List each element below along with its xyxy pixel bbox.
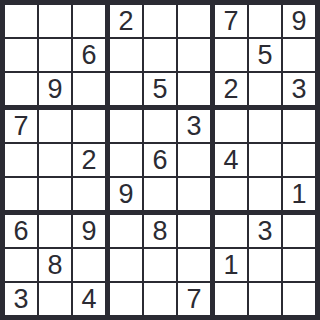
sudoku-cell-r5c3: 2: [73, 144, 110, 178]
sudoku-cell-r8c7: 1: [215, 249, 249, 283]
sudoku-cell-r2c3: 6: [73, 39, 110, 73]
sudoku-cell-r3c4[interactable]: [110, 73, 144, 110]
sudoku-cell-r5c6[interactable]: [178, 144, 215, 178]
sudoku-cell-r4c2[interactable]: [39, 110, 73, 144]
sudoku-cell-r8c9[interactable]: [283, 249, 315, 283]
sudoku-cell-r2c4[interactable]: [110, 39, 144, 73]
sudoku-cell-r4c4[interactable]: [110, 110, 144, 144]
sudoku-cell-r8c2: 8: [39, 249, 73, 283]
sudoku-cell-r4c9[interactable]: [283, 110, 315, 144]
sudoku-cell-r7c2[interactable]: [39, 215, 73, 249]
sudoku-cell-r5c7: 4: [215, 144, 249, 178]
sudoku-cell-r1c3[interactable]: [73, 5, 110, 39]
sudoku-cell-r2c5[interactable]: [144, 39, 178, 73]
sudoku-cell-r7c8: 3: [249, 215, 283, 249]
sudoku-cell-r7c5: 8: [144, 215, 178, 249]
sudoku-cell-r1c5[interactable]: [144, 5, 178, 39]
sudoku-cell-r7c7[interactable]: [215, 215, 249, 249]
sudoku-cell-r9c8[interactable]: [249, 283, 283, 315]
sudoku-cell-r2c2[interactable]: [39, 39, 73, 73]
sudoku-cell-r7c3: 9: [73, 215, 110, 249]
sudoku-cell-r1c4: 2: [110, 5, 144, 39]
sudoku-cell-r6c4: 9: [110, 178, 144, 215]
sudoku-cell-r9c7[interactable]: [215, 283, 249, 315]
sudoku-cell-r4c6: 3: [178, 110, 215, 144]
sudoku-cell-r2c1[interactable]: [5, 39, 39, 73]
sudoku-cell-r6c3[interactable]: [73, 178, 110, 215]
sudoku-cell-r9c2[interactable]: [39, 283, 73, 315]
sudoku-cell-r8c1[interactable]: [5, 249, 39, 283]
sudoku-cell-r6c5[interactable]: [144, 178, 178, 215]
sudoku-cell-r6c1[interactable]: [5, 178, 39, 215]
sudoku-cell-r1c8[interactable]: [249, 5, 283, 39]
sudoku-cell-r1c6[interactable]: [178, 5, 215, 39]
sudoku-cell-r2c9[interactable]: [283, 39, 315, 73]
sudoku-cell-r9c4[interactable]: [110, 283, 144, 315]
sudoku-cell-r7c4[interactable]: [110, 215, 144, 249]
sudoku-cell-r3c1[interactable]: [5, 73, 39, 110]
sudoku-cell-r9c1: 3: [5, 283, 39, 315]
sudoku-cell-r6c8[interactable]: [249, 178, 283, 215]
sudoku-cell-r5c4[interactable]: [110, 144, 144, 178]
sudoku-cell-r2c6[interactable]: [178, 39, 215, 73]
sudoku-cell-r8c6[interactable]: [178, 249, 215, 283]
sudoku-cell-r5c8[interactable]: [249, 144, 283, 178]
sudoku-cell-r1c1[interactable]: [5, 5, 39, 39]
sudoku-cell-r5c1[interactable]: [5, 144, 39, 178]
sudoku-cell-r3c9: 3: [283, 73, 315, 110]
sudoku-cell-r7c1: 6: [5, 215, 39, 249]
sudoku-cell-r2c7[interactable]: [215, 39, 249, 73]
sudoku-cell-r9c3: 4: [73, 283, 110, 315]
sudoku-cell-r5c5: 6: [144, 144, 178, 178]
sudoku-cell-r1c2[interactable]: [39, 5, 73, 39]
sudoku-cell-r9c6: 7: [178, 283, 215, 315]
sudoku-cell-r2c8: 5: [249, 39, 283, 73]
sudoku-cell-r5c9[interactable]: [283, 144, 315, 178]
sudoku-cell-r9c5[interactable]: [144, 283, 178, 315]
sudoku-cell-r8c4[interactable]: [110, 249, 144, 283]
sudoku-cell-r6c2[interactable]: [39, 178, 73, 215]
sudoku-board: 2796595237326491698381347: [0, 0, 320, 320]
sudoku-cell-r4c1: 7: [5, 110, 39, 144]
sudoku-cell-r3c5: 5: [144, 73, 178, 110]
sudoku-cell-r8c3[interactable]: [73, 249, 110, 283]
sudoku-cell-r3c2: 9: [39, 73, 73, 110]
sudoku-cell-r4c5[interactable]: [144, 110, 178, 144]
sudoku-cell-r8c5[interactable]: [144, 249, 178, 283]
sudoku-cell-r8c8[interactable]: [249, 249, 283, 283]
sudoku-cell-r6c7[interactable]: [215, 178, 249, 215]
sudoku-cell-r7c6[interactable]: [178, 215, 215, 249]
sudoku-cell-r5c2[interactable]: [39, 144, 73, 178]
sudoku-cell-r3c6[interactable]: [178, 73, 215, 110]
sudoku-cell-r3c3[interactable]: [73, 73, 110, 110]
sudoku-cell-r6c6[interactable]: [178, 178, 215, 215]
sudoku-cell-r3c7: 2: [215, 73, 249, 110]
sudoku-cell-r4c3[interactable]: [73, 110, 110, 144]
sudoku-cell-r4c8[interactable]: [249, 110, 283, 144]
sudoku-cell-r7c9[interactable]: [283, 215, 315, 249]
sudoku-cell-r1c9: 9: [283, 5, 315, 39]
sudoku-cell-r1c7: 7: [215, 5, 249, 39]
sudoku-cell-r3c8[interactable]: [249, 73, 283, 110]
sudoku-cell-r4c7[interactable]: [215, 110, 249, 144]
sudoku-cell-r6c9: 1: [283, 178, 315, 215]
sudoku-cell-r9c9[interactable]: [283, 283, 315, 315]
